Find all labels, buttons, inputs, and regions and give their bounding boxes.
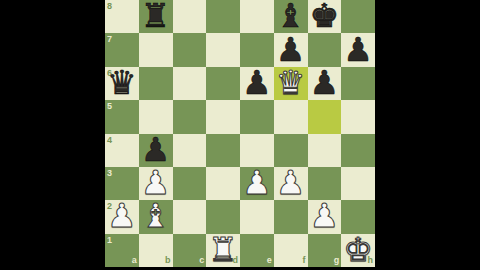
square-c2[interactable] [173, 200, 207, 233]
square-e4[interactable] [240, 134, 274, 167]
rank-label-4: 4 [107, 136, 112, 145]
square-e8[interactable] [240, 0, 274, 33]
square-a6[interactable]: 6♛ [105, 67, 139, 100]
white-king-icon[interactable]: ♚ [341, 233, 375, 266]
square-d1[interactable]: d♜ [206, 234, 240, 267]
file-label-g: g [334, 256, 340, 265]
black-bishop-icon[interactable]: ♝ [274, 0, 308, 32]
chess-board: 8♜♝♚7♟♟6♛♟♛♟54♟3♟♟♟2♟♝♟1abcd♜efgh♚ [105, 0, 375, 267]
square-d4[interactable] [206, 134, 240, 167]
rank-label-8: 8 [107, 2, 112, 11]
square-f8[interactable]: ♝ [274, 0, 308, 33]
square-d6[interactable] [206, 67, 240, 100]
square-a8[interactable]: 8 [105, 0, 139, 33]
white-pawn-icon[interactable]: ♟ [240, 166, 274, 199]
file-label-f: f [303, 256, 306, 265]
white-rook-icon[interactable]: ♜ [206, 233, 240, 266]
square-c5[interactable] [173, 100, 207, 133]
square-a1[interactable]: 1a [105, 234, 139, 267]
square-c4[interactable] [173, 134, 207, 167]
square-c1[interactable]: c [173, 234, 207, 267]
file-label-a: a [132, 256, 137, 265]
square-g1[interactable]: g [308, 234, 342, 267]
rank-label-3: 3 [107, 169, 112, 178]
square-d8[interactable] [206, 0, 240, 33]
square-e2[interactable] [240, 200, 274, 233]
square-g5[interactable] [308, 100, 342, 133]
square-b1[interactable]: b [139, 234, 173, 267]
square-b4[interactable]: ♟ [139, 134, 173, 167]
white-pawn-icon[interactable]: ♟ [139, 166, 173, 199]
black-pawn-icon[interactable]: ♟ [139, 133, 173, 166]
black-pawn-icon[interactable]: ♟ [240, 66, 274, 99]
video-frame: 8♜♝♚7♟♟6♛♟♛♟54♟3♟♟♟2♟♝♟1abcd♜efgh♚ [0, 0, 480, 270]
black-king-icon[interactable]: ♚ [308, 0, 342, 32]
square-e3[interactable]: ♟ [240, 167, 274, 200]
square-f1[interactable]: f [274, 234, 308, 267]
white-pawn-icon[interactable]: ♟ [105, 199, 139, 232]
black-pawn-icon[interactable]: ♟ [274, 32, 308, 65]
rank-label-7: 7 [107, 35, 112, 44]
square-c7[interactable] [173, 33, 207, 66]
letterbox-left [0, 0, 105, 270]
square-e6[interactable]: ♟ [240, 67, 274, 100]
square-h2[interactable] [341, 200, 375, 233]
square-h4[interactable] [341, 134, 375, 167]
square-f3[interactable]: ♟ [274, 167, 308, 200]
black-pawn-icon[interactable]: ♟ [341, 32, 375, 65]
square-f5[interactable] [274, 100, 308, 133]
square-c8[interactable] [173, 0, 207, 33]
black-pawn-icon[interactable]: ♟ [308, 66, 342, 99]
square-h5[interactable] [341, 100, 375, 133]
square-b8[interactable]: ♜ [139, 0, 173, 33]
black-rook-icon[interactable]: ♜ [139, 0, 173, 32]
file-label-c: c [199, 256, 204, 265]
square-a2[interactable]: 2♟ [105, 200, 139, 233]
square-e7[interactable] [240, 33, 274, 66]
square-e5[interactable] [240, 100, 274, 133]
square-d3[interactable] [206, 167, 240, 200]
square-b7[interactable] [139, 33, 173, 66]
square-b6[interactable] [139, 67, 173, 100]
square-h7[interactable]: ♟ [341, 33, 375, 66]
square-f4[interactable] [274, 134, 308, 167]
file-label-b: b [165, 256, 171, 265]
white-bishop-icon[interactable]: ♝ [139, 199, 173, 232]
white-pawn-icon[interactable]: ♟ [308, 199, 342, 232]
square-c6[interactable] [173, 67, 207, 100]
square-b2[interactable]: ♝ [139, 200, 173, 233]
square-g3[interactable] [308, 167, 342, 200]
square-a5[interactable]: 5 [105, 100, 139, 133]
square-d7[interactable] [206, 33, 240, 66]
square-g2[interactable]: ♟ [308, 200, 342, 233]
square-e1[interactable]: e [240, 234, 274, 267]
square-h1[interactable]: h♚ [341, 234, 375, 267]
black-queen-icon[interactable]: ♛ [105, 66, 139, 99]
white-queen-icon[interactable]: ♛ [274, 66, 308, 99]
square-f6[interactable]: ♛ [274, 67, 308, 100]
square-h3[interactable] [341, 167, 375, 200]
rank-label-1: 1 [107, 236, 112, 245]
rank-label-5: 5 [107, 102, 112, 111]
square-f7[interactable]: ♟ [274, 33, 308, 66]
square-g4[interactable] [308, 134, 342, 167]
square-b3[interactable]: ♟ [139, 167, 173, 200]
white-pawn-icon[interactable]: ♟ [274, 166, 308, 199]
square-d2[interactable] [206, 200, 240, 233]
square-a7[interactable]: 7 [105, 33, 139, 66]
square-a4[interactable]: 4 [105, 134, 139, 167]
square-a3[interactable]: 3 [105, 167, 139, 200]
square-b5[interactable] [139, 100, 173, 133]
square-g8[interactable]: ♚ [308, 0, 342, 33]
letterbox-right [375, 0, 480, 270]
square-g6[interactable]: ♟ [308, 67, 342, 100]
file-label-e: e [267, 256, 272, 265]
square-c3[interactable] [173, 167, 207, 200]
square-g7[interactable] [308, 33, 342, 66]
square-h8[interactable] [341, 0, 375, 33]
square-f2[interactable] [274, 200, 308, 233]
square-d5[interactable] [206, 100, 240, 133]
square-h6[interactable] [341, 67, 375, 100]
